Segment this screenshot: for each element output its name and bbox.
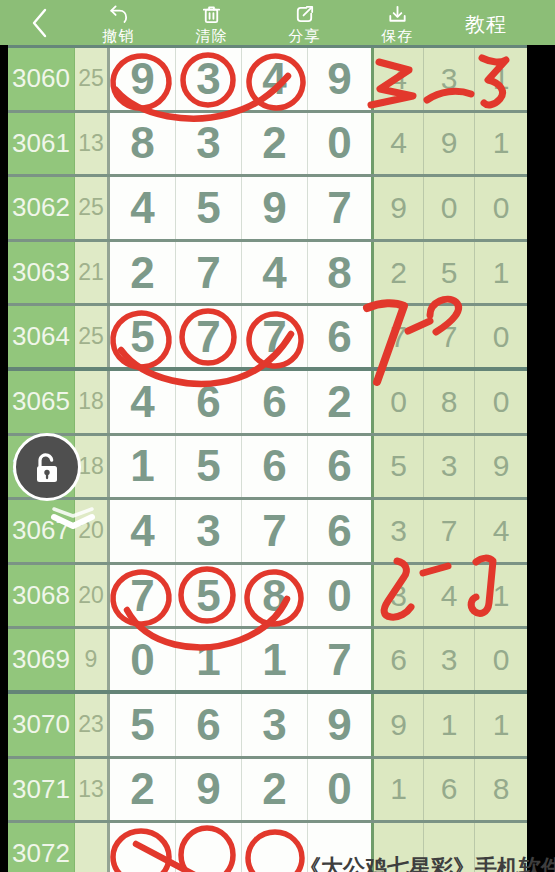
toolbar: 撤销 清除 (0, 0, 555, 45)
clear-label: 清除 (196, 27, 228, 44)
main-digit: 7 (308, 177, 374, 239)
main-digit: 7 (242, 500, 308, 562)
undo-label: 撤销 (103, 27, 135, 44)
main-digit: 2 (110, 759, 176, 821)
period-label: 3068 (8, 565, 75, 627)
sum-value: 23 (75, 694, 110, 756)
main-digit: 4 (110, 177, 176, 239)
watermark-text: 《大公鸡七星彩》手机软件 (299, 853, 555, 872)
tail-digit: 5 (424, 242, 475, 304)
lock-button[interactable] (13, 433, 81, 501)
save-label: 保存 (382, 27, 414, 44)
tail-digit: 9 (374, 177, 424, 239)
main-digit: 6 (242, 436, 308, 498)
main-digit: 7 (176, 306, 242, 367)
main-digit (110, 823, 176, 872)
chart-row-3064: 3064255776770 (8, 306, 527, 371)
main-digit: 3 (176, 500, 242, 562)
main-digit: 6 (308, 306, 374, 367)
period-label: 3062 (8, 177, 75, 239)
download-tray-icon (386, 3, 409, 26)
main-digit: 4 (110, 500, 176, 562)
tail-digit: 7 (374, 306, 424, 367)
share-box-icon (293, 3, 316, 26)
main-digit: 2 (308, 371, 374, 433)
app-screen: 撤销 清除 (0, 0, 555, 872)
main-digit: 5 (176, 436, 242, 498)
main-digit: 9 (110, 48, 176, 110)
main-digit: 8 (308, 242, 374, 304)
chart-row-3060: 3060259349431 (8, 48, 527, 113)
main-digit: 5 (176, 177, 242, 239)
tail-digit: 8 (475, 759, 527, 821)
period-label: 3071 (8, 759, 75, 821)
tail-digit: 3 (424, 436, 475, 498)
sum-value: 18 (75, 371, 110, 433)
trend-grid: 3060259349431306113832049130622545979003… (8, 48, 527, 872)
tail-digit: 9 (475, 436, 527, 498)
main-digit: 0 (308, 113, 374, 175)
sum-value: 25 (75, 306, 110, 367)
main-digit: 6 (308, 436, 374, 498)
tail-digit: 4 (424, 565, 475, 627)
chart-row-3063: 3063212748251 (8, 242, 527, 307)
sum-value: 13 (75, 759, 110, 821)
period-label: 3060 (8, 48, 75, 110)
chart-row-3068: 3068207580341 (8, 565, 527, 630)
chart-row-3061: 3061138320491 (8, 113, 527, 178)
main-digit: 5 (110, 306, 176, 367)
tail-digit: 6 (424, 759, 475, 821)
tail-digit: 4 (374, 48, 424, 110)
tail-digit: 1 (475, 242, 527, 304)
clear-button[interactable]: 清除 (180, 0, 244, 45)
main-digit: 7 (242, 306, 308, 367)
period-label: 3065 (8, 371, 75, 433)
main-digit: 5 (110, 694, 176, 756)
main-digit (176, 823, 242, 872)
sum-value (75, 823, 110, 872)
main-digit: 6 (176, 694, 242, 756)
tail-digit: 1 (475, 565, 527, 627)
tail-digit: 3 (374, 565, 424, 627)
tutorial-button[interactable]: 教程 (465, 11, 507, 38)
back-button[interactable] (24, 5, 60, 41)
tail-digit: 1 (475, 48, 527, 110)
period-label: 3072 (8, 823, 75, 872)
tail-digit: 3 (374, 500, 424, 562)
undo-arrow-icon (107, 3, 130, 26)
tail-digit: 9 (424, 113, 475, 175)
tail-digit: 9 (374, 694, 424, 756)
main-digit: 4 (242, 48, 308, 110)
tail-digit: 1 (424, 694, 475, 756)
tail-digit: 1 (475, 113, 527, 175)
tail-digit: 6 (374, 629, 424, 690)
tail-digit: 0 (424, 177, 475, 239)
chevron-left-icon (26, 6, 58, 40)
double-chevron-down-icon (47, 505, 99, 533)
sum-value: 25 (75, 48, 110, 110)
period-label: 3064 (8, 306, 75, 367)
main-digit: 7 (176, 242, 242, 304)
chart-row-3069: 306990117630 (8, 629, 527, 694)
period-label: 3070 (8, 694, 75, 756)
trash-icon (200, 3, 223, 26)
chart-row-3071: 3071132920168 (8, 759, 527, 824)
tail-digit: 5 (374, 436, 424, 498)
main-digit: 2 (110, 242, 176, 304)
tail-digit: 0 (475, 306, 527, 367)
unlocked-padlock-icon (27, 447, 67, 487)
tail-digit: 1 (475, 694, 527, 756)
period-label: 3063 (8, 242, 75, 304)
sum-value: 25 (75, 177, 110, 239)
chart-row-3070: 3070235639911 (8, 694, 527, 759)
save-button[interactable]: 保存 (366, 0, 430, 45)
tail-digit: 0 (374, 371, 424, 433)
main-digit: 7 (308, 629, 374, 690)
sum-value: 20 (75, 565, 110, 627)
toolbar-tools: 撤销 清除 (72, 0, 444, 45)
tail-digit: 0 (475, 371, 527, 433)
sum-value: 9 (75, 629, 110, 690)
tail-digit: 4 (374, 113, 424, 175)
chevron-down-marker (47, 505, 99, 537)
main-digit: 3 (176, 48, 242, 110)
sum-value: 13 (75, 113, 110, 175)
main-digit: 8 (242, 565, 308, 627)
tail-digit: 2 (374, 242, 424, 304)
chart-row-3066: 3066181566539 (8, 436, 527, 501)
sum-value: 21 (75, 242, 110, 304)
chart-row-3062: 3062254597900 (8, 177, 527, 242)
share-button[interactable]: 分享 (273, 0, 337, 45)
main-digit: 4 (242, 242, 308, 304)
tail-digit: 7 (424, 306, 475, 367)
main-digit: 0 (308, 565, 374, 627)
main-digit: 0 (308, 759, 374, 821)
tail-digit: 0 (475, 177, 527, 239)
main-digit: 9 (176, 759, 242, 821)
main-digit: 9 (308, 694, 374, 756)
main-digit: 1 (176, 629, 242, 690)
chart-canvas[interactable]: 3060259349431306113832049130622545979003… (8, 45, 527, 872)
tail-digit: 4 (475, 500, 527, 562)
chart-row-3065: 3065184662080 (8, 371, 527, 436)
main-digit: 3 (176, 113, 242, 175)
main-digit: 6 (176, 371, 242, 433)
main-digit: 4 (110, 371, 176, 433)
period-label: 3069 (8, 629, 75, 690)
tail-digit: 3 (424, 48, 475, 110)
main-digit: 5 (176, 565, 242, 627)
main-digit: 6 (242, 371, 308, 433)
main-digit: 0 (110, 629, 176, 690)
main-digit: 9 (308, 48, 374, 110)
tail-digit: 0 (475, 629, 527, 690)
main-digit: 7 (110, 565, 176, 627)
tail-digit: 3 (424, 629, 475, 690)
main-digit: 2 (242, 759, 308, 821)
main-digit: 2 (242, 113, 308, 175)
main-digit: 8 (110, 113, 176, 175)
tail-digit: 8 (424, 371, 475, 433)
main-digit: 1 (110, 436, 176, 498)
main-digit: 3 (242, 694, 308, 756)
main-digit: 1 (242, 629, 308, 690)
undo-button[interactable]: 撤销 (87, 0, 151, 45)
share-label: 分享 (289, 27, 321, 44)
period-label: 3061 (8, 113, 75, 175)
main-digit: 9 (242, 177, 308, 239)
tail-digit: 1 (374, 759, 424, 821)
main-digit: 6 (308, 500, 374, 562)
tail-digit: 7 (424, 500, 475, 562)
